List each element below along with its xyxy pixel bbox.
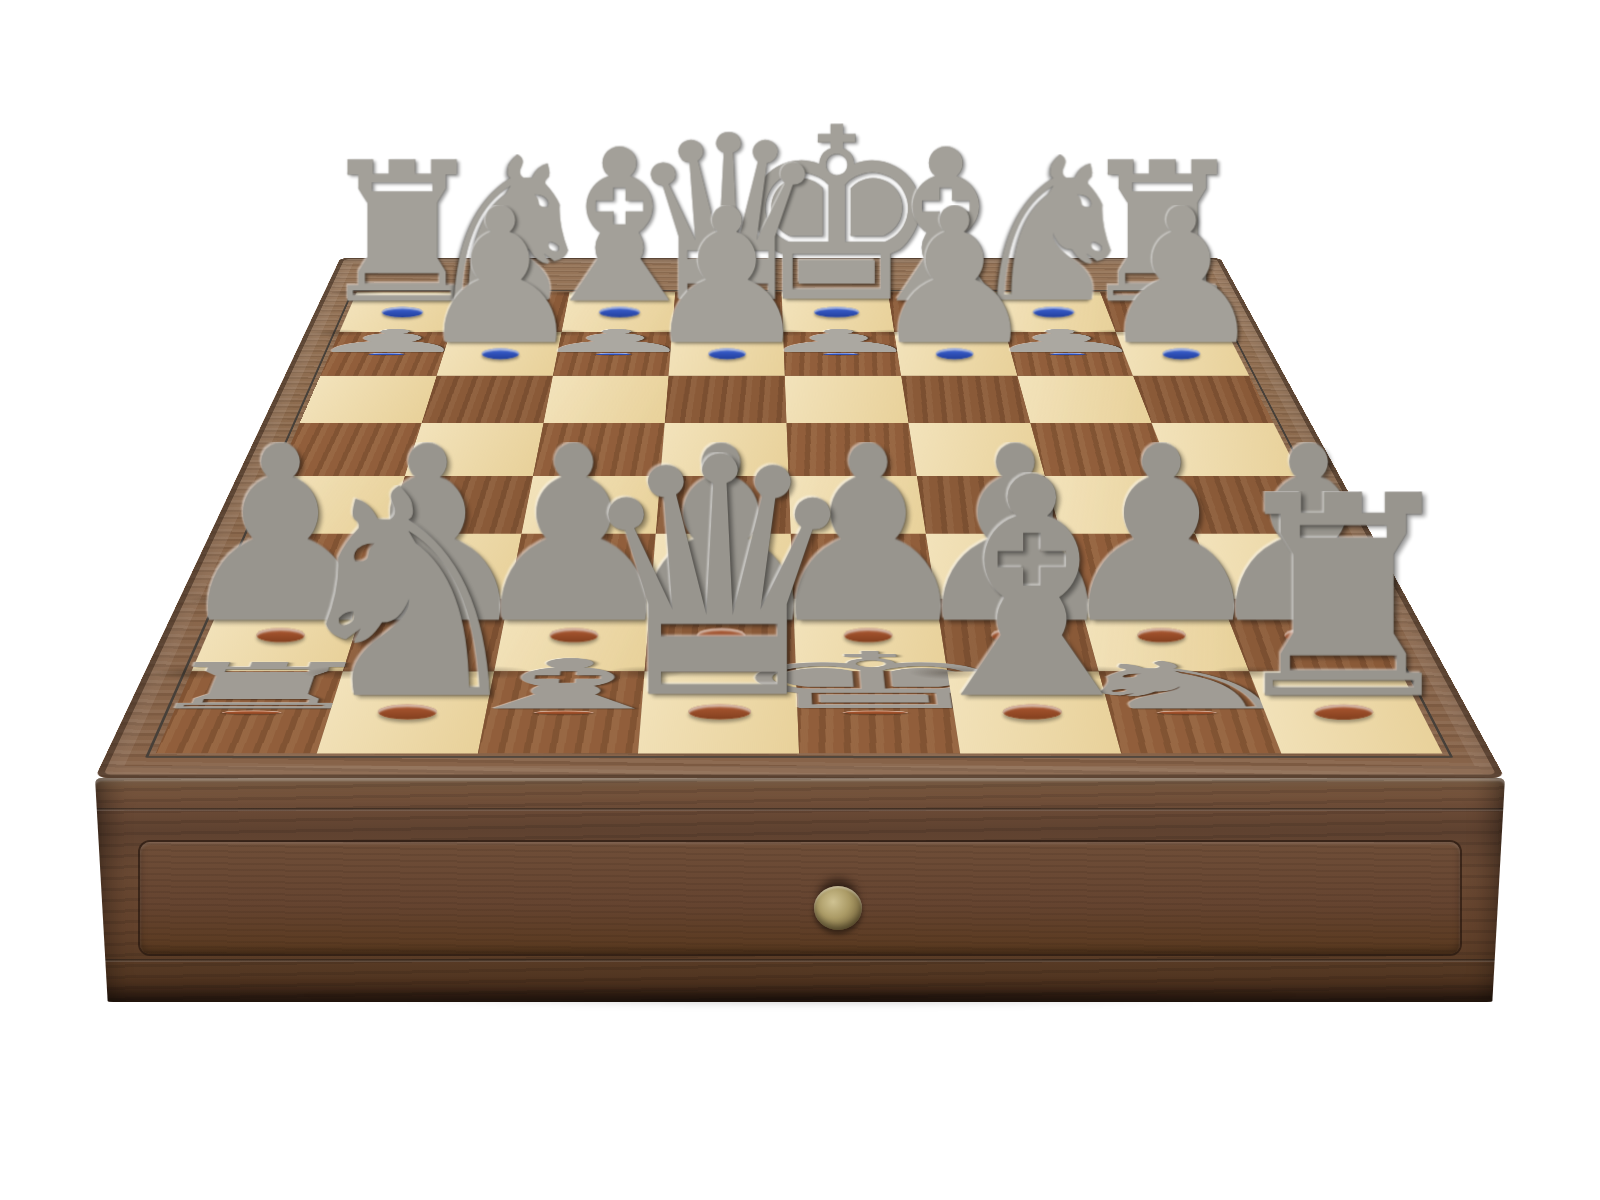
rook-glyph: ♜ — [1219, 491, 1468, 708]
drawer-wood-grain — [140, 842, 1460, 954]
white-bishop[interactable]: ♝ — [896, 472, 1168, 713]
square-b7[interactable]: ♟ — [437, 332, 562, 375]
pawn-glyph: ♟ — [1098, 205, 1266, 351]
square-d7[interactable]: ♟ — [669, 332, 785, 375]
bishop-glyph: ♝ — [896, 472, 1168, 708]
piece-base-ring — [481, 348, 518, 359]
white-queen[interactable]: ♛ — [572, 452, 867, 713]
square-h1[interactable]: ♜ — [1249, 671, 1442, 753]
square-h7[interactable]: ♟ — [1116, 332, 1249, 375]
white-knight[interactable]: ♞ — [279, 485, 535, 713]
square-d1[interactable]: ♛ — [638, 671, 799, 753]
knight-glyph: ♞ — [279, 485, 535, 708]
molding-groove-top — [95, 808, 1505, 811]
piece-base-ring — [709, 348, 746, 359]
white-rook[interactable]: ♜ — [1219, 491, 1468, 713]
black-pawn[interactable]: ♟ — [643, 205, 811, 355]
box-floor-shadow — [120, 994, 1480, 1012]
piece-base-ring — [1002, 704, 1061, 719]
pawn-glyph: ♟ — [870, 205, 1038, 351]
storage-drawer[interactable] — [140, 842, 1460, 954]
black-pawn[interactable]: ♟ — [1098, 205, 1266, 355]
drawer-knob[interactable] — [814, 886, 862, 930]
product-photo-stage: ♜♞♝♛♚♝♞♜♟♟♟♟♟♟♟♟♟♟♟♟♟♟♟♟♜♞♝♛♚♝♞♜ — [0, 0, 1600, 1200]
queen-glyph: ♛ — [572, 452, 867, 708]
square-b1[interactable]: ♞ — [317, 671, 494, 753]
pawn-glyph: ♟ — [416, 205, 584, 351]
piece-base-ring — [1314, 704, 1373, 719]
molding-groove-bottom — [95, 959, 1505, 962]
piece-base-ring — [1163, 348, 1200, 359]
black-pawn[interactable]: ♟ — [416, 205, 584, 355]
square-f7[interactable]: ♟ — [894, 332, 1017, 375]
chess-board: ♜♞♝♛♚♝♞♜♟♟♟♟♟♟♟♟♟♟♟♟♟♟♟♟♜♞♝♛♚♝♞♜ — [95, 258, 1505, 778]
chess-set-scene: ♜♞♝♛♚♝♞♜♟♟♟♟♟♟♟♟♟♟♟♟♟♟♟♟♜♞♝♛♚♝♞♜ — [0, 0, 1600, 1200]
black-pawn[interactable]: ♟ — [870, 205, 1038, 355]
chess-box-front — [95, 778, 1505, 1002]
pawn-glyph: ♟ — [643, 205, 811, 351]
piece-base-ring — [936, 348, 973, 359]
square-f1[interactable]: ♝ — [947, 671, 1121, 753]
